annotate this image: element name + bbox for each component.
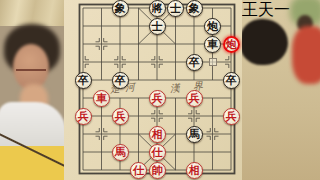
- xiangqi-piece-black[interactable]: 卒: [112, 72, 129, 89]
- xiangqi-piece-red[interactable]: 帥: [149, 162, 166, 179]
- xiangqi-piece-black[interactable]: 卒: [186, 54, 203, 71]
- xiangqi-piece-red[interactable]: 相: [186, 162, 203, 179]
- left-photo-background: [0, 0, 64, 26]
- xiangqi-piece-black[interactable]: 象: [186, 0, 203, 17]
- xiangqi-piece-red[interactable]: 兵: [149, 90, 166, 107]
- xiangqi-piece-red[interactable]: 相: [149, 126, 166, 143]
- xiangqi-piece-black[interactable]: 卒: [75, 72, 92, 89]
- xiangqi-piece-black[interactable]: 象: [112, 0, 129, 17]
- xiangqi-piece-red[interactable]: 炮: [223, 36, 240, 53]
- xiangqi-piece-black[interactable]: 卒: [223, 72, 240, 89]
- xiangqi-piece-red[interactable]: 仕: [130, 162, 147, 179]
- xiangqi-piece-black[interactable]: 士: [167, 0, 184, 17]
- xiangqi-piece-black[interactable]: 車: [204, 36, 221, 53]
- xiangqi-board[interactable]: 楚河 漢界 象將士象士炮車炮卒卒卒卒車兵兵兵兵兵相馬馬仕仕帥相: [64, 0, 242, 180]
- xiangqi-piece-black[interactable]: 馬: [186, 126, 203, 143]
- left-player-glasses: [16, 62, 46, 71]
- piece-grid[interactable]: 象將士象士炮車炮卒卒卒卒車兵兵兵兵兵相馬馬仕仕帥相: [74, 0, 241, 179]
- xiangqi-piece-red[interactable]: 兵: [75, 108, 92, 125]
- xiangqi-piece-red[interactable]: 兵: [223, 108, 240, 125]
- background-person-red-shirt: [292, 26, 320, 84]
- xiangqi-piece-black[interactable]: 炮: [204, 18, 221, 35]
- xiangqi-piece-black[interactable]: 將: [149, 0, 166, 17]
- right-player-photo: 王天一: [242, 0, 320, 180]
- xiangqi-piece-red[interactable]: 兵: [186, 90, 203, 107]
- xiangqi-piece-red[interactable]: 兵: [112, 108, 129, 125]
- left-player-photo: 唐丹: [0, 0, 64, 180]
- right-player-face: [247, 40, 282, 87]
- last-move-origin-marker: [209, 58, 217, 66]
- xiangqi-piece-red[interactable]: 馬: [112, 144, 129, 161]
- xiangqi-piece-red[interactable]: 仕: [149, 144, 166, 161]
- left-player-jacket: [0, 102, 64, 148]
- xiangqi-piece-red[interactable]: 車: [93, 90, 110, 107]
- xiangqi-piece-black[interactable]: 士: [149, 18, 166, 35]
